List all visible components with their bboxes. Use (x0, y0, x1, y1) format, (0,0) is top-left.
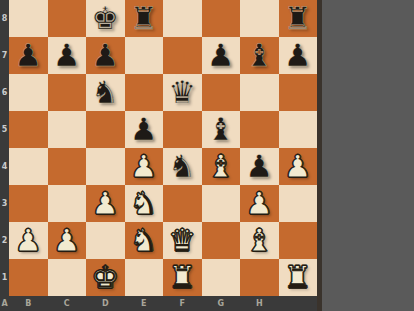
square-a2[interactable]: ♟ (9, 222, 48, 259)
chess-board: 87654321 ♚♜♜♟♟♟♟♝♟♞♛♟♝♟♞♝♟♟♟♞♟♟♟♞♛♝♚♜♜ A… (0, 0, 317, 311)
black-queen[interactable]: ♛ (168, 74, 196, 111)
white-pawn[interactable]: ♟ (14, 222, 42, 259)
square-h2[interactable] (279, 222, 318, 259)
square-f6[interactable] (202, 74, 241, 111)
square-h7[interactable]: ♟ (279, 37, 318, 74)
white-pawn[interactable]: ♟ (53, 222, 81, 259)
square-g8[interactable] (240, 0, 279, 37)
coord-corner-spacer (279, 296, 318, 311)
square-h8[interactable]: ♜ (279, 0, 318, 37)
square-f7[interactable]: ♟ (202, 37, 241, 74)
rank-label-7: 7 (0, 37, 9, 74)
rank-label-6: 6 (0, 74, 9, 111)
black-knight[interactable]: ♞ (168, 148, 196, 185)
square-a3[interactable] (9, 185, 48, 222)
black-rook[interactable]: ♜ (130, 0, 158, 37)
square-e4[interactable]: ♞ (163, 148, 202, 185)
square-a5[interactable] (9, 111, 48, 148)
file-labels: ABCDEFGH (0, 296, 317, 311)
square-g2[interactable]: ♝ (240, 222, 279, 259)
square-g5[interactable] (240, 111, 279, 148)
square-d2[interactable]: ♞ (125, 222, 164, 259)
rank-label-3: 3 (0, 185, 9, 222)
square-c7[interactable]: ♟ (86, 37, 125, 74)
black-pawn[interactable]: ♟ (91, 37, 119, 74)
square-f2[interactable] (202, 222, 241, 259)
square-f1[interactable] (202, 259, 241, 296)
square-e1[interactable]: ♜ (163, 259, 202, 296)
file-label-g: G (202, 296, 241, 311)
file-label-a: A (0, 296, 9, 311)
square-b3[interactable] (48, 185, 87, 222)
square-f3[interactable] (202, 185, 241, 222)
square-a1[interactable] (9, 259, 48, 296)
file-label-d: D (86, 296, 125, 311)
rank-label-5: 5 (0, 111, 9, 148)
square-d5[interactable]: ♟ (125, 111, 164, 148)
square-f8[interactable] (202, 0, 241, 37)
square-a8[interactable] (9, 0, 48, 37)
square-b4[interactable] (48, 148, 87, 185)
file-label-b: B (9, 296, 48, 311)
white-pawn[interactable]: ♟ (91, 185, 119, 222)
square-c3[interactable]: ♟ (86, 185, 125, 222)
black-pawn[interactable]: ♟ (14, 37, 42, 74)
square-h3[interactable] (279, 185, 318, 222)
square-b1[interactable] (48, 259, 87, 296)
square-a4[interactable] (9, 148, 48, 185)
square-b8[interactable] (48, 0, 87, 37)
square-f5[interactable]: ♝ (202, 111, 241, 148)
square-e7[interactable] (163, 37, 202, 74)
file-label-h: H (240, 296, 279, 311)
white-bishop[interactable]: ♝ (207, 148, 235, 185)
square-d1[interactable] (125, 259, 164, 296)
black-bishop[interactable]: ♝ (207, 111, 235, 148)
square-b6[interactable] (48, 74, 87, 111)
rank-label-8: 8 (0, 0, 9, 37)
square-c2[interactable] (86, 222, 125, 259)
square-d4[interactable]: ♟ (125, 148, 164, 185)
board-right-edge (317, 0, 322, 311)
square-h4[interactable]: ♟ (279, 148, 318, 185)
white-rook[interactable]: ♜ (284, 259, 312, 296)
rank-labels: 87654321 (0, 0, 9, 296)
file-label-c: C (48, 296, 87, 311)
square-h6[interactable] (279, 74, 318, 111)
square-a6[interactable] (9, 74, 48, 111)
black-knight[interactable]: ♞ (91, 74, 119, 111)
square-g4[interactable]: ♟ (240, 148, 279, 185)
rank-label-4: 4 (0, 148, 9, 185)
white-pawn[interactable]: ♟ (130, 148, 158, 185)
square-e6[interactable]: ♛ (163, 74, 202, 111)
square-a7[interactable]: ♟ (9, 37, 48, 74)
square-h5[interactable] (279, 111, 318, 148)
square-c1[interactable]: ♚ (86, 259, 125, 296)
white-knight[interactable]: ♞ (130, 185, 158, 222)
white-knight[interactable]: ♞ (130, 222, 158, 259)
square-e2[interactable]: ♛ (163, 222, 202, 259)
black-rook[interactable]: ♜ (284, 0, 312, 37)
square-c5[interactable] (86, 111, 125, 148)
board-squares: ♚♜♜♟♟♟♟♝♟♞♛♟♝♟♞♝♟♟♟♞♟♟♟♞♛♝♚♜♜ (9, 0, 317, 296)
square-b5[interactable] (48, 111, 87, 148)
square-h1[interactable]: ♜ (279, 259, 318, 296)
screenshot-canvas: 87654321 ♚♜♜♟♟♟♟♝♟♞♛♟♝♟♞♝♟♟♟♞♟♟♟♞♛♝♚♜♜ A… (0, 0, 414, 311)
square-g7[interactable]: ♝ (240, 37, 279, 74)
black-pawn[interactable]: ♟ (245, 148, 273, 185)
square-e3[interactable] (163, 185, 202, 222)
square-d3[interactable]: ♞ (125, 185, 164, 222)
white-queen[interactable]: ♛ (168, 222, 196, 259)
rank-label-2: 2 (0, 222, 9, 259)
file-label-e: E (125, 296, 164, 311)
square-e5[interactable] (163, 111, 202, 148)
black-pawn[interactable]: ♟ (207, 37, 235, 74)
black-pawn[interactable]: ♟ (284, 37, 312, 74)
black-bishop[interactable]: ♝ (245, 37, 273, 74)
file-label-f: F (163, 296, 202, 311)
square-b7[interactable]: ♟ (48, 37, 87, 74)
rank-label-1: 1 (0, 259, 9, 296)
square-g1[interactable] (240, 259, 279, 296)
square-e8[interactable] (163, 0, 202, 37)
square-b2[interactable]: ♟ (48, 222, 87, 259)
white-bishop[interactable]: ♝ (245, 222, 273, 259)
black-pawn[interactable]: ♟ (53, 37, 81, 74)
black-king[interactable]: ♚ (91, 0, 119, 37)
square-c8[interactable]: ♚ (86, 0, 125, 37)
square-c4[interactable] (86, 148, 125, 185)
square-d7[interactable] (125, 37, 164, 74)
black-pawn[interactable]: ♟ (130, 111, 158, 148)
square-g3[interactable]: ♟ (240, 185, 279, 222)
square-d6[interactable] (125, 74, 164, 111)
white-pawn[interactable]: ♟ (284, 148, 312, 185)
square-d8[interactable]: ♜ (125, 0, 164, 37)
square-f4[interactable]: ♝ (202, 148, 241, 185)
square-c6[interactable]: ♞ (86, 74, 125, 111)
white-king[interactable]: ♚ (91, 259, 119, 296)
white-pawn[interactable]: ♟ (245, 185, 273, 222)
square-g6[interactable] (240, 74, 279, 111)
white-rook[interactable]: ♜ (168, 259, 196, 296)
